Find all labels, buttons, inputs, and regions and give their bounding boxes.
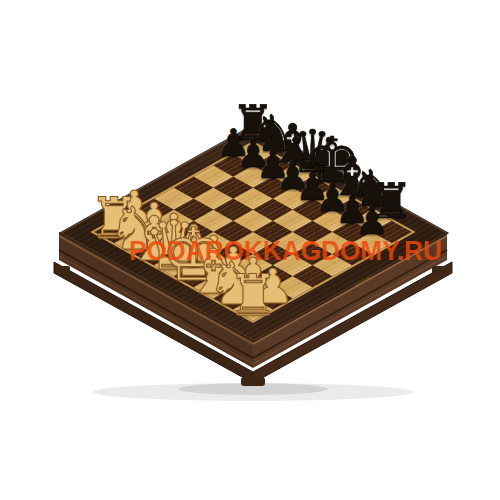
foot-right (432, 266, 446, 274)
product-photo: ♜♞♝♛♚♝♞♜♟♟♟♟♟♟♟♟♟♟♟♟♟♟♟♟♜♞♝♛♚♝♞♜ PODAROK… (0, 0, 500, 500)
watermark: PODAROKKAGDOMY.RU (129, 236, 442, 267)
foot-front (241, 377, 265, 386)
foot-left (56, 266, 70, 274)
